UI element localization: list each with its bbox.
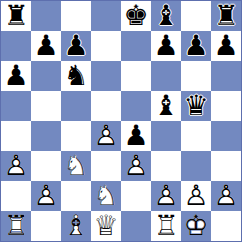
square-a2[interactable] [1,181,31,211]
square-c8[interactable] [61,1,91,31]
piece-glyph: ♟ [1,61,31,91]
white-pawn[interactable]: ♟♙ [121,151,151,181]
square-c5[interactable] [61,91,91,121]
piece-glyph: ♛ [181,91,211,121]
black-bishop[interactable]: ♝ [151,1,181,31]
black-pawn[interactable]: ♟ [181,31,211,61]
piece-glyph: ♝ [151,91,181,121]
white-knight[interactable]: ♞♘ [91,181,121,211]
piece-glyph-outline: ♙ [121,151,151,181]
piece-glyph: ♟ [31,31,61,61]
white-pawn[interactable]: ♟♙ [1,151,31,181]
square-f1[interactable]: ♜♖ [151,211,181,241]
square-g7[interactable]: ♟ [181,31,211,61]
square-c1[interactable]: ♝♗ [61,211,91,241]
piece-glyph-outline: ♙ [151,181,181,211]
square-a6[interactable]: ♟ [1,61,31,91]
black-pawn[interactable]: ♟ [211,31,241,61]
square-f8[interactable]: ♝ [151,1,181,31]
piece-glyph-outline: ♖ [1,211,31,241]
square-b5[interactable] [31,91,61,121]
black-rook[interactable]: ♜ [1,1,31,31]
black-king[interactable]: ♚ [121,1,151,31]
square-b2[interactable]: ♟♙ [31,181,61,211]
piece-glyph: ♞ [61,61,91,91]
square-h5[interactable] [211,91,241,121]
piece-glyph-outline: ♘ [61,151,91,181]
piece-glyph-outline: ♙ [31,181,61,211]
square-d7[interactable] [91,31,121,61]
white-pawn[interactable]: ♟♙ [31,181,61,211]
square-e5[interactable] [121,91,151,121]
square-e7[interactable] [121,31,151,61]
black-rook[interactable]: ♜ [211,1,241,31]
black-pawn[interactable]: ♟ [61,31,91,61]
white-pawn[interactable]: ♟♙ [151,181,181,211]
square-g3[interactable] [181,151,211,181]
square-c2[interactable] [61,181,91,211]
piece-glyph: ♟ [211,31,241,61]
square-a7[interactable] [1,31,31,61]
square-e3[interactable]: ♟♙ [121,151,151,181]
white-king[interactable]: ♚♔ [181,211,211,241]
white-pawn[interactable]: ♟♙ [211,181,241,211]
square-f2[interactable]: ♟♙ [151,181,181,211]
square-b8[interactable] [31,1,61,31]
white-bishop[interactable]: ♝♗ [61,211,91,241]
square-a3[interactable]: ♟♙ [1,151,31,181]
square-h6[interactable] [211,61,241,91]
square-g2[interactable]: ♟♙ [181,181,211,211]
square-h1[interactable] [211,211,241,241]
square-c3[interactable]: ♞♘ [61,151,91,181]
chess-board-container: ♜♚♝♜♟♟♟♟♟♟♞♝♛♟♙♟♟♙♞♘♟♙♟♙♞♘♟♙♟♙♟♙♜♖♝♗♛♕♜♖… [0,0,242,242]
chess-board: ♜♚♝♜♟♟♟♟♟♟♞♝♛♟♙♟♟♙♞♘♟♙♟♙♞♘♟♙♟♙♟♙♜♖♝♗♛♕♜♖… [0,0,242,242]
square-b7[interactable]: ♟ [31,31,61,61]
square-h7[interactable]: ♟ [211,31,241,61]
square-f5[interactable]: ♝ [151,91,181,121]
square-c6[interactable]: ♞ [61,61,91,91]
square-c7[interactable]: ♟ [61,31,91,61]
white-queen[interactable]: ♛♕ [91,211,121,241]
piece-glyph-outline: ♙ [211,181,241,211]
square-g5[interactable]: ♛ [181,91,211,121]
square-f3[interactable] [151,151,181,181]
piece-glyph-outline: ♔ [181,211,211,241]
piece-glyph-outline: ♙ [1,151,31,181]
square-d5[interactable] [91,91,121,121]
square-b4[interactable] [31,121,61,151]
piece-glyph: ♟ [181,31,211,61]
piece-glyph-outline: ♙ [181,181,211,211]
square-h4[interactable] [211,121,241,151]
square-b6[interactable] [31,61,61,91]
piece-glyph-outline: ♖ [151,211,181,241]
square-e8[interactable]: ♚ [121,1,151,31]
black-pawn[interactable]: ♟ [31,31,61,61]
black-pawn[interactable]: ♟ [1,61,31,91]
square-h3[interactable] [211,151,241,181]
piece-glyph: ♚ [121,1,151,31]
square-g6[interactable] [181,61,211,91]
square-a4[interactable] [1,121,31,151]
square-f4[interactable] [151,121,181,151]
white-rook[interactable]: ♜♖ [151,211,181,241]
black-pawn[interactable]: ♟ [121,121,151,151]
white-knight[interactable]: ♞♘ [61,151,91,181]
square-b1[interactable] [31,211,61,241]
black-queen[interactable]: ♛ [181,91,211,121]
white-pawn[interactable]: ♟♙ [181,181,211,211]
square-d8[interactable] [91,1,121,31]
square-g8[interactable] [181,1,211,31]
square-a8[interactable]: ♜ [1,1,31,31]
white-pawn[interactable]: ♟♙ [91,121,121,151]
square-h2[interactable]: ♟♙ [211,181,241,211]
piece-glyph-outline: ♘ [91,181,121,211]
square-d3[interactable] [91,151,121,181]
piece-glyph: ♟ [151,31,181,61]
square-e1[interactable] [121,211,151,241]
piece-glyph: ♜ [1,1,31,31]
black-knight[interactable]: ♞ [61,61,91,91]
square-e6[interactable] [121,61,151,91]
square-d1[interactable]: ♛♕ [91,211,121,241]
square-d2[interactable]: ♞♘ [91,181,121,211]
piece-glyph: ♟ [61,31,91,61]
square-a1[interactable]: ♜♖ [1,211,31,241]
square-g4[interactable] [181,121,211,151]
square-a5[interactable] [1,91,31,121]
black-bishop[interactable]: ♝ [151,91,181,121]
black-pawn[interactable]: ♟ [151,31,181,61]
piece-glyph-outline: ♙ [91,121,121,151]
square-b3[interactable] [31,151,61,181]
white-rook[interactable]: ♜♖ [1,211,31,241]
square-f6[interactable] [151,61,181,91]
piece-glyph-outline: ♗ [61,211,91,241]
square-e2[interactable] [121,181,151,211]
square-c4[interactable] [61,121,91,151]
square-e4[interactable]: ♟ [121,121,151,151]
square-g1[interactable]: ♚♔ [181,211,211,241]
piece-glyph: ♝ [151,1,181,31]
piece-glyph-outline: ♕ [91,211,121,241]
piece-glyph: ♟ [121,121,151,151]
square-f7[interactable]: ♟ [151,31,181,61]
piece-glyph: ♜ [211,1,241,31]
square-d6[interactable] [91,61,121,91]
square-d4[interactable]: ♟♙ [91,121,121,151]
square-h8[interactable]: ♜ [211,1,241,31]
